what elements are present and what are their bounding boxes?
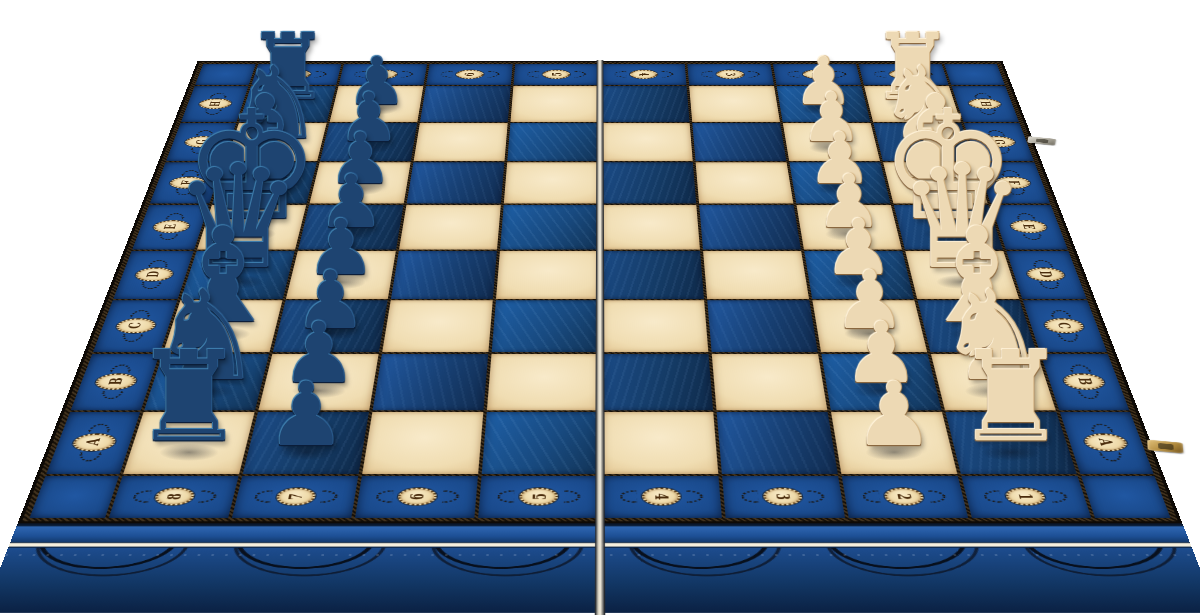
scroll-flourish-icon <box>1031 260 1053 267</box>
scroll-flourish-icon <box>203 110 222 115</box>
scroll-flourish-icon <box>527 71 539 78</box>
label-medallion: 2 <box>802 70 831 79</box>
file-label: F <box>1005 180 1021 184</box>
board-square-f7[interactable] <box>310 162 411 203</box>
bottom-border-cell: 6 <box>355 476 478 518</box>
scroll-flourish-icon <box>189 148 208 154</box>
scroll-flourish-icon <box>181 170 201 176</box>
label-medallion: E <box>1009 220 1049 233</box>
board-square-g4[interactable] <box>601 123 692 161</box>
file-label: F <box>179 180 195 184</box>
rank-label: 7 <box>287 493 305 500</box>
board-square-c3[interactable] <box>707 300 818 352</box>
left-border-cell: D <box>113 251 193 299</box>
label-medallion: H <box>198 99 233 109</box>
scroll-flourish-icon <box>1057 334 1080 342</box>
scroll-flourish-icon <box>747 71 760 78</box>
scroll-flourish-icon <box>400 71 413 78</box>
board-square-f2[interactable] <box>789 162 890 203</box>
board-square-b5[interactable] <box>487 354 598 411</box>
border-corner <box>30 476 120 518</box>
scroll-flourish-icon <box>165 213 186 219</box>
label-medallion: B <box>93 373 139 389</box>
label-medallion: 8 <box>153 488 197 506</box>
label-medallion: 4 <box>641 488 680 506</box>
board-square-e3[interactable] <box>699 205 801 249</box>
board-square-g5[interactable] <box>508 123 599 161</box>
label-medallion: 8 <box>282 70 312 79</box>
board-square-a8[interactable] <box>123 412 254 474</box>
scroll-flourish-icon <box>87 424 112 433</box>
label-medallion: A <box>1082 434 1130 452</box>
file-label: A <box>84 439 104 446</box>
bottom-border-cell: 2 <box>841 476 968 518</box>
left-border-cell: E <box>132 205 209 249</box>
scroll-flourish-icon <box>806 490 825 503</box>
top-border-cell: 8 <box>251 64 341 85</box>
scroll-flourish-icon <box>619 490 636 503</box>
right-border-cell: B <box>1040 354 1129 411</box>
file-label: B <box>1074 378 1093 385</box>
board-square-f4[interactable] <box>601 162 695 203</box>
board-square-g1[interactable] <box>873 123 974 161</box>
file-label: G <box>991 139 1006 144</box>
board-square-a7[interactable] <box>243 412 369 474</box>
scroll-flourish-icon <box>1006 189 1026 195</box>
bottom-border-cell: 1 <box>961 476 1091 518</box>
file-label: D <box>1037 271 1055 277</box>
rank-label: 8 <box>165 493 184 500</box>
scroll-flourish-icon <box>1077 391 1101 399</box>
board-square-c4[interactable] <box>602 300 708 352</box>
fold-seam <box>595 60 605 615</box>
file-label: A <box>1096 439 1116 446</box>
scroll-flourish-icon <box>685 490 703 503</box>
file-label: E <box>163 224 180 229</box>
label-medallion: A <box>70 434 118 452</box>
rank-label: 5 <box>551 73 563 76</box>
top-border-cell: 6 <box>426 64 513 85</box>
border-corner <box>1081 476 1171 518</box>
scroll-flourish-icon <box>1098 452 1123 461</box>
right-border-cell: F <box>977 162 1050 203</box>
scroll-flourish-icon <box>1088 424 1113 433</box>
scroll-flourish-icon <box>99 391 123 399</box>
board-square-d5[interactable] <box>496 251 598 299</box>
rank-label: 7 <box>377 73 390 76</box>
top-border-cell: 5 <box>514 64 599 85</box>
border-corner <box>944 64 1005 85</box>
scroll-flourish-icon <box>1067 364 1091 372</box>
board-square-f8[interactable] <box>212 162 317 203</box>
label-medallion: B <box>1061 373 1107 389</box>
scroll-flourish-icon <box>1039 282 1061 289</box>
file-label: D <box>146 271 164 277</box>
label-medallion: 5 <box>520 488 559 506</box>
file-label: C <box>127 322 145 328</box>
scroll-flourish-icon <box>266 71 280 78</box>
label-medallion: F <box>168 177 206 189</box>
scroll-flourish-icon <box>1048 490 1069 503</box>
board-square-a4[interactable] <box>602 412 718 474</box>
right-border-cell: H <box>952 86 1019 122</box>
board-square-d6[interactable] <box>391 251 497 299</box>
board-square-g7[interactable] <box>320 123 417 161</box>
board-square-b2[interactable] <box>821 354 941 411</box>
scroll-flourish-icon <box>147 260 169 267</box>
scroll-flourish-icon <box>120 334 143 342</box>
rank-label: 4 <box>637 73 649 76</box>
scroll-flourish-icon <box>353 71 366 78</box>
scroll-flourish-icon <box>109 364 133 372</box>
scroll-flourish-icon <box>440 71 453 78</box>
board-square-c8[interactable] <box>163 300 282 352</box>
photo-stage: 87654321HHGGFFEEDDCCBBAA87654321 ♜♞♝♛♚♝♞… <box>0 0 1200 615</box>
bottom-border-cell: 5 <box>479 476 599 518</box>
board-square-b8[interactable] <box>144 354 269 411</box>
scroll-flourish-icon <box>131 490 152 503</box>
label-medallion: D <box>133 267 175 281</box>
right-border-cell: G <box>964 123 1034 161</box>
scroll-flourish-icon <box>1000 170 1020 176</box>
board-square-f3[interactable] <box>695 162 793 203</box>
board-square-d2[interactable] <box>804 251 914 299</box>
top-border-cell: 7 <box>339 64 427 85</box>
board-square-e1[interactable] <box>894 205 1003 249</box>
rank-label: 4 <box>652 493 669 500</box>
board-square-e5[interactable] <box>500 205 598 249</box>
label-medallion: 1 <box>1004 488 1048 506</box>
board-square-c1[interactable] <box>917 300 1036 352</box>
board-square-d1[interactable] <box>905 251 1019 299</box>
scroll-flourish-icon <box>375 490 394 503</box>
scroll-flourish-icon <box>198 490 218 503</box>
file-label: H <box>977 101 992 106</box>
file-label: C <box>1055 322 1073 328</box>
label-medallion: D <box>1025 267 1067 281</box>
scroll-flourish-icon <box>574 71 586 78</box>
label-medallion: 3 <box>762 488 803 506</box>
board-square-a3[interactable] <box>716 412 837 474</box>
scroll-flourish-icon <box>76 452 101 461</box>
board-square-a5[interactable] <box>482 412 598 474</box>
board-square-b7[interactable] <box>259 354 379 411</box>
scroll-flourish-icon <box>209 93 227 98</box>
board-square-e6[interactable] <box>399 205 501 249</box>
label-medallion: 7 <box>369 70 398 79</box>
board-square-f1[interactable] <box>883 162 988 203</box>
board-square-a2[interactable] <box>831 412 957 474</box>
bottom-border-cell: 3 <box>722 476 845 518</box>
board-square-a6[interactable] <box>363 412 484 474</box>
rank-label: 8 <box>290 73 303 76</box>
label-medallion: E <box>151 220 191 233</box>
left-border-cell: H <box>181 86 248 122</box>
board-square-a1[interactable] <box>945 412 1076 474</box>
board-square-e7[interactable] <box>298 205 403 249</box>
file-label: E <box>1020 224 1037 229</box>
label-medallion: 7 <box>275 488 317 506</box>
scroll-flourish-icon <box>786 71 799 78</box>
scroll-flourish-icon <box>497 490 515 503</box>
scroll-flourish-icon <box>661 71 673 78</box>
label-medallion: 5 <box>543 70 571 79</box>
scroll-flourish-icon <box>320 490 339 503</box>
label-medallion: G <box>183 136 220 147</box>
top-border-cell: 3 <box>687 64 774 85</box>
rank-label: 3 <box>724 73 736 76</box>
board-square-g2[interactable] <box>783 123 880 161</box>
board-square-b4[interactable] <box>602 354 713 411</box>
bottom-border-cell: 7 <box>232 476 359 518</box>
board-square-f6[interactable] <box>407 162 505 203</box>
scroll-flourish-icon <box>927 490 947 503</box>
board-square-h7[interactable] <box>330 86 424 122</box>
rank-label: 5 <box>531 493 548 500</box>
board-square-h3[interactable] <box>689 86 780 122</box>
board-square-d4[interactable] <box>602 251 704 299</box>
file-label: B <box>106 378 125 385</box>
top-border-cell: 4 <box>601 64 686 85</box>
right-border-cell: E <box>991 205 1068 249</box>
left-border-cell: F <box>150 162 223 203</box>
board-square-h6[interactable] <box>420 86 511 122</box>
label-medallion: 4 <box>629 70 657 79</box>
board-square-h2[interactable] <box>776 86 870 122</box>
scroll-flourish-icon <box>986 130 1005 135</box>
file-label: H <box>208 101 223 106</box>
scroll-flourish-icon <box>700 71 713 78</box>
border-corner <box>195 64 256 85</box>
label-medallion: C <box>1042 318 1086 333</box>
label-medallion: 6 <box>456 70 485 79</box>
right-border-cell: D <box>1006 251 1086 299</box>
left-border-cell: G <box>166 123 236 161</box>
board-square-h1[interactable] <box>864 86 961 122</box>
scroll-flourish-icon <box>139 282 161 289</box>
bottom-border-cell: 4 <box>602 476 722 518</box>
rank-label: 1 <box>1016 493 1035 500</box>
rank-label: 3 <box>773 493 791 500</box>
board-square-e2[interactable] <box>796 205 901 249</box>
board-square-h4[interactable] <box>601 86 689 122</box>
board-square-c5[interactable] <box>492 300 598 352</box>
board-square-e4[interactable] <box>601 205 699 249</box>
board-square-e8[interactable] <box>197 205 306 249</box>
board-square-d7[interactable] <box>286 251 396 299</box>
board-square-g8[interactable] <box>226 123 327 161</box>
scroll-flourish-icon <box>861 490 880 503</box>
scroll-flourish-icon <box>614 71 626 78</box>
scroll-flourish-icon <box>833 71 846 78</box>
top-border-cell: 2 <box>773 64 861 85</box>
scroll-flourish-icon <box>173 189 193 195</box>
scroll-flourish-icon <box>1048 310 1071 317</box>
board-square-f5[interactable] <box>504 162 598 203</box>
top-border-cell: 1 <box>858 64 948 85</box>
scroll-flourish-icon <box>442 490 460 503</box>
scroll-flourish-icon <box>157 234 178 240</box>
board-square-h5[interactable] <box>511 86 599 122</box>
scroll-flourish-icon <box>253 490 273 503</box>
label-medallion: H <box>967 99 1002 109</box>
label-medallion: 2 <box>883 488 925 506</box>
label-medallion: 3 <box>716 70 745 79</box>
board-square-c7[interactable] <box>273 300 388 352</box>
scroll-flourish-icon <box>129 310 152 317</box>
rank-label: 2 <box>895 493 913 500</box>
label-medallion: F <box>994 177 1032 189</box>
scroll-flourish-icon <box>195 130 214 135</box>
scroll-flourish-icon <box>992 148 1011 154</box>
label-medallion: C <box>114 318 158 333</box>
board-square-d3[interactable] <box>703 251 809 299</box>
rank-label: 6 <box>464 73 476 76</box>
scroll-flourish-icon <box>487 71 500 78</box>
scroll-flourish-icon <box>982 490 1002 503</box>
label-medallion: 6 <box>397 488 438 506</box>
file-label: G <box>194 139 209 144</box>
board-square-b3[interactable] <box>711 354 827 411</box>
right-border-cell: C <box>1023 300 1107 352</box>
scroll-flourish-icon <box>920 71 934 78</box>
board-square-g6[interactable] <box>414 123 508 161</box>
scroll-flourish-icon <box>740 490 758 503</box>
board-square-b6[interactable] <box>373 354 489 411</box>
scroll-flourish-icon <box>978 110 997 115</box>
scroll-flourish-icon <box>314 71 328 78</box>
scroll-flourish-icon <box>973 93 991 98</box>
rank-label: 6 <box>409 493 427 500</box>
rank-label: 2 <box>810 73 823 76</box>
rank-label: 1 <box>897 73 910 76</box>
board-square-d8[interactable] <box>181 251 295 299</box>
board-square-c6[interactable] <box>382 300 493 352</box>
chess-board: 87654321HHGGFFEEDDCCBBAA87654321 <box>0 61 1200 613</box>
label-medallion: 1 <box>888 70 918 79</box>
scroll-flourish-icon <box>1022 234 1043 240</box>
scroll-flourish-icon <box>873 71 887 78</box>
scroll-flourish-icon <box>564 490 581 503</box>
board-square-g3[interactable] <box>692 123 786 161</box>
scroll-flourish-icon <box>1015 213 1036 219</box>
label-medallion: G <box>980 136 1017 147</box>
board-square-b1[interactable] <box>931 354 1056 411</box>
board-square-c2[interactable] <box>812 300 927 352</box>
board-square-h8[interactable] <box>239 86 336 122</box>
bottom-border-cell: 8 <box>109 476 239 518</box>
